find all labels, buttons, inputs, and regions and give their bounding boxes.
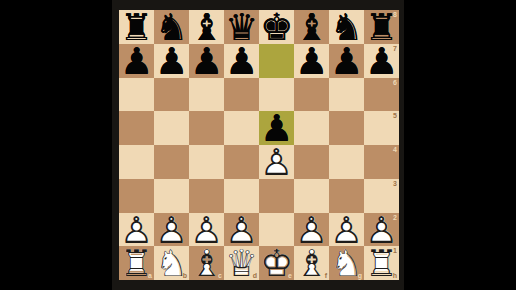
square-e8[interactable]: ♚♚ — [259, 10, 294, 44]
square-a6[interactable] — [119, 78, 154, 112]
square-b7[interactable]: ♟♟ — [154, 44, 189, 78]
square-f5[interactable] — [294, 111, 329, 145]
square-g4[interactable] — [329, 145, 364, 179]
square-e1[interactable]: ♚♔e — [259, 246, 294, 280]
square-a3[interactable] — [119, 179, 154, 213]
square-e3[interactable] — [259, 179, 294, 213]
square-b2[interactable]: ♟♙ — [154, 213, 189, 247]
white-pawn-g2[interactable]: ♟♙ — [329, 213, 364, 247]
piece-glyph-outline: ♟ — [120, 43, 153, 80]
square-g7[interactable]: ♟♟ — [329, 44, 364, 78]
square-f2[interactable]: ♟♙ — [294, 213, 329, 247]
black-bishop-c8[interactable]: ♝♝ — [189, 10, 224, 44]
black-pawn-h7[interactable]: ♟♟ — [364, 44, 399, 78]
square-e5[interactable]: ♟♟ — [259, 111, 294, 145]
square-a7[interactable]: ♟♟ — [119, 44, 154, 78]
square-b8[interactable]: ♞♞ — [154, 10, 189, 44]
square-d6[interactable] — [224, 78, 259, 112]
square-d3[interactable] — [224, 179, 259, 213]
piece-glyph-outline: ♟ — [365, 43, 398, 80]
square-d7[interactable]: ♟♟ — [224, 44, 259, 78]
square-f1[interactable]: ♝♗f — [294, 246, 329, 280]
page: { "game": "chess", "position": "rnbqkbnr… — [0, 0, 516, 290]
square-g1[interactable]: ♞♘g — [329, 246, 364, 280]
square-b5[interactable] — [154, 111, 189, 145]
square-g2[interactable]: ♟♙ — [329, 213, 364, 247]
square-c4[interactable] — [189, 145, 224, 179]
white-pawn-f2[interactable]: ♟♙ — [294, 213, 329, 247]
white-bishop-f1[interactable]: ♝♗ — [294, 246, 329, 280]
piece-glyph-outline: ♟ — [155, 43, 188, 80]
white-pawn-d2[interactable]: ♟♙ — [224, 213, 259, 247]
piece-glyph-outline: ♗ — [295, 245, 328, 282]
square-h6[interactable]: 6 — [364, 78, 399, 112]
black-pawn-g7[interactable]: ♟♟ — [329, 44, 364, 78]
rank-label-6: 6 — [393, 79, 397, 86]
black-king-e8[interactable]: ♚♚ — [259, 10, 294, 44]
square-h1[interactable]: ♜♖1h — [364, 246, 399, 280]
square-g6[interactable] — [329, 78, 364, 112]
black-pawn-d7[interactable]: ♟♟ — [224, 44, 259, 78]
white-queen-d1[interactable]: ♛♕ — [224, 246, 259, 280]
piece-glyph-outline: ♕ — [225, 245, 258, 282]
black-pawn-b7[interactable]: ♟♟ — [154, 44, 189, 78]
square-h4[interactable]: 4 — [364, 145, 399, 179]
piece-glyph-outline: ♖ — [120, 245, 153, 282]
square-a5[interactable] — [119, 111, 154, 145]
chess-board[interactable]: ♜♜♞♞♝♝♛♛♚♚♝♝♞♞♜♜8♟♟♟♟♟♟♟♟♟♟♟♟♟♟76♟♟5♟♙43… — [119, 10, 399, 280]
square-c2[interactable]: ♟♙ — [189, 213, 224, 247]
square-c6[interactable] — [189, 78, 224, 112]
square-c5[interactable] — [189, 111, 224, 145]
piece-glyph-outline: ♖ — [365, 245, 398, 282]
white-rook-h1[interactable]: ♜♖ — [364, 246, 399, 280]
white-king-e1[interactable]: ♚♔ — [259, 246, 294, 280]
piece-glyph-outline: ♟ — [330, 43, 363, 80]
black-knight-b8[interactable]: ♞♞ — [154, 10, 189, 44]
square-f3[interactable] — [294, 179, 329, 213]
square-e7[interactable] — [259, 44, 294, 78]
rank-label-4: 4 — [393, 146, 397, 153]
square-h3[interactable]: 3 — [364, 179, 399, 213]
square-a2[interactable]: ♟♙ — [119, 213, 154, 247]
square-c1[interactable]: ♝♗c — [189, 246, 224, 280]
white-pawn-b2[interactable]: ♟♙ — [154, 213, 189, 247]
black-bishop-f8[interactable]: ♝♝ — [294, 10, 329, 44]
black-rook-h8[interactable]: ♜♜ — [364, 10, 399, 44]
piece-glyph-outline: ♔ — [260, 245, 293, 282]
square-c3[interactable] — [189, 179, 224, 213]
square-b6[interactable] — [154, 78, 189, 112]
piece-glyph-outline: ♗ — [190, 245, 223, 282]
square-b1[interactable]: ♞♘b — [154, 246, 189, 280]
square-c8[interactable]: ♝♝ — [189, 10, 224, 44]
square-e4[interactable]: ♟♙ — [259, 145, 294, 179]
piece-glyph-outline: ♙ — [260, 144, 293, 181]
square-a4[interactable] — [119, 145, 154, 179]
square-a1[interactable]: ♜♖a — [119, 246, 154, 280]
black-pawn-a7[interactable]: ♟♟ — [119, 44, 154, 78]
black-knight-g8[interactable]: ♞♞ — [329, 10, 364, 44]
square-d1[interactable]: ♛♕d — [224, 246, 259, 280]
square-d2[interactable]: ♟♙ — [224, 213, 259, 247]
square-f4[interactable] — [294, 145, 329, 179]
square-e2[interactable] — [259, 213, 294, 247]
black-pawn-f7[interactable]: ♟♟ — [294, 44, 329, 78]
piece-glyph-outline: ♟ — [190, 43, 223, 80]
square-d8[interactable]: ♛♛ — [224, 10, 259, 44]
rank-label-3: 3 — [393, 180, 397, 187]
square-h2[interactable]: ♟♙2 — [364, 213, 399, 247]
white-rook-a1[interactable]: ♜♖ — [119, 246, 154, 280]
black-rook-a8[interactable]: ♜♜ — [119, 10, 154, 44]
piece-glyph-outline: ♘ — [155, 245, 188, 282]
piece-glyph-outline: ♟ — [295, 43, 328, 80]
square-f7[interactable]: ♟♟ — [294, 44, 329, 78]
square-b4[interactable] — [154, 145, 189, 179]
white-knight-g1[interactable]: ♞♘ — [329, 246, 364, 280]
white-bishop-c1[interactable]: ♝♗ — [189, 246, 224, 280]
white-pawn-h2[interactable]: ♟♙ — [364, 213, 399, 247]
square-e6[interactable] — [259, 78, 294, 112]
piece-glyph-outline: ♘ — [330, 245, 363, 282]
black-queen-d8[interactable]: ♛♛ — [224, 10, 259, 44]
square-h8[interactable]: ♜♜8 — [364, 10, 399, 44]
square-b3[interactable] — [154, 179, 189, 213]
white-knight-b1[interactable]: ♞♘ — [154, 246, 189, 280]
white-pawn-e4[interactable]: ♟♙ — [259, 145, 294, 179]
square-c7[interactable]: ♟♟ — [189, 44, 224, 78]
rank-label-5: 5 — [393, 112, 397, 119]
square-g3[interactable] — [329, 179, 364, 213]
square-f8[interactable]: ♝♝ — [294, 10, 329, 44]
square-h5[interactable]: 5 — [364, 111, 399, 145]
piece-glyph-outline: ♟ — [225, 43, 258, 80]
white-pawn-a2[interactable]: ♟♙ — [119, 213, 154, 247]
square-g8[interactable]: ♞♞ — [329, 10, 364, 44]
square-h7[interactable]: ♟♟7 — [364, 44, 399, 78]
board-panel: ♜♜♞♞♝♝♛♛♚♚♝♝♞♞♜♜8♟♟♟♟♟♟♟♟♟♟♟♟♟♟76♟♟5♟♙43… — [112, 0, 404, 290]
black-pawn-c7[interactable]: ♟♟ — [189, 44, 224, 78]
piece-glyph-outline: ♚ — [260, 9, 293, 46]
white-pawn-c2[interactable]: ♟♙ — [189, 213, 224, 247]
square-d4[interactable] — [224, 145, 259, 179]
black-pawn-e5[interactable]: ♟♟ — [259, 111, 294, 145]
square-g5[interactable] — [329, 111, 364, 145]
square-f6[interactable] — [294, 78, 329, 112]
square-d5[interactable] — [224, 111, 259, 145]
square-a8[interactable]: ♜♜ — [119, 10, 154, 44]
